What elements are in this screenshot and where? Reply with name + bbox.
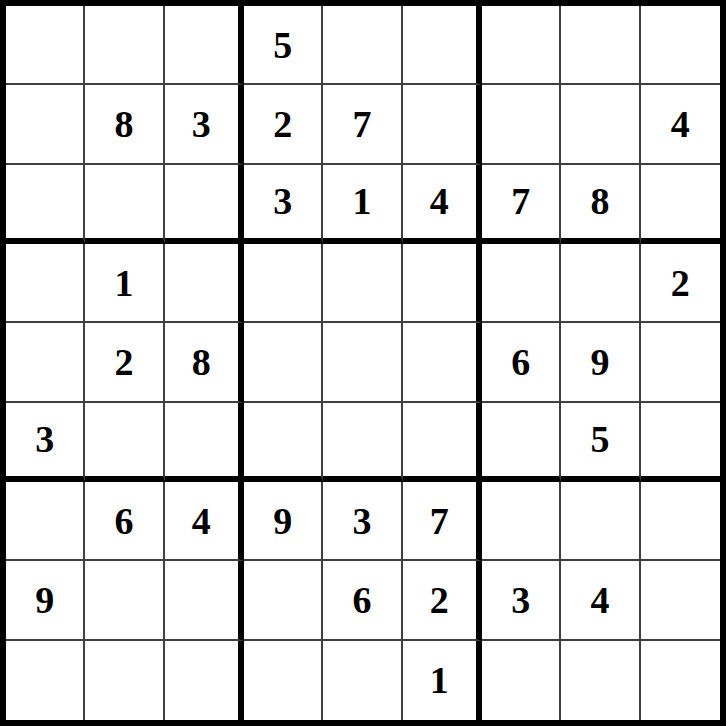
cell-r9c4[interactable] bbox=[244, 641, 323, 720]
cell-r6c7[interactable] bbox=[482, 403, 561, 482]
cell-r7c6[interactable]: 7 bbox=[403, 482, 482, 561]
cell-r6c1[interactable]: 3 bbox=[6, 403, 85, 482]
cell-r4c2[interactable]: 1 bbox=[85, 244, 164, 323]
cell-r3c2[interactable] bbox=[85, 165, 164, 244]
cell-r4c1[interactable] bbox=[6, 244, 85, 323]
cell-r5c2[interactable]: 2 bbox=[85, 323, 164, 402]
cell-r2c8[interactable] bbox=[561, 85, 640, 164]
cell-r9c5[interactable] bbox=[323, 641, 402, 720]
cell-r8c6[interactable]: 2 bbox=[403, 561, 482, 640]
cell-r5c4[interactable] bbox=[244, 323, 323, 402]
cell-r7c9[interactable] bbox=[641, 482, 720, 561]
cell-r1c9[interactable] bbox=[641, 6, 720, 85]
cell-r9c8[interactable] bbox=[561, 641, 640, 720]
cell-r5c7[interactable]: 6 bbox=[482, 323, 561, 402]
cell-r7c8[interactable] bbox=[561, 482, 640, 561]
cell-r5c3[interactable]: 8 bbox=[165, 323, 244, 402]
cell-r7c5[interactable]: 3 bbox=[323, 482, 402, 561]
cell-r8c4[interactable] bbox=[244, 561, 323, 640]
sudoku-board: 583274314781228693564937962341 bbox=[0, 0, 726, 726]
cell-r2c2[interactable]: 8 bbox=[85, 85, 164, 164]
cell-r6c6[interactable] bbox=[403, 403, 482, 482]
cell-r3c6[interactable]: 4 bbox=[403, 165, 482, 244]
cell-r6c2[interactable] bbox=[85, 403, 164, 482]
cell-r6c3[interactable] bbox=[165, 403, 244, 482]
cell-r7c1[interactable] bbox=[6, 482, 85, 561]
cell-r2c4[interactable]: 2 bbox=[244, 85, 323, 164]
cell-r7c4[interactable]: 9 bbox=[244, 482, 323, 561]
cell-r3c7[interactable]: 7 bbox=[482, 165, 561, 244]
cell-r2c7[interactable] bbox=[482, 85, 561, 164]
cell-r5c8[interactable]: 9 bbox=[561, 323, 640, 402]
cell-r3c4[interactable]: 3 bbox=[244, 165, 323, 244]
cell-r6c9[interactable] bbox=[641, 403, 720, 482]
cell-r1c7[interactable] bbox=[482, 6, 561, 85]
cell-r9c3[interactable] bbox=[165, 641, 244, 720]
cell-r5c1[interactable] bbox=[6, 323, 85, 402]
cell-r8c5[interactable]: 6 bbox=[323, 561, 402, 640]
cell-r4c8[interactable] bbox=[561, 244, 640, 323]
cell-r6c8[interactable]: 5 bbox=[561, 403, 640, 482]
cell-r7c2[interactable]: 6 bbox=[85, 482, 164, 561]
cell-r4c3[interactable] bbox=[165, 244, 244, 323]
cell-r5c9[interactable] bbox=[641, 323, 720, 402]
cell-r6c5[interactable] bbox=[323, 403, 402, 482]
cell-r7c7[interactable] bbox=[482, 482, 561, 561]
cell-r1c6[interactable] bbox=[403, 6, 482, 85]
cell-r6c4[interactable] bbox=[244, 403, 323, 482]
cell-r2c3[interactable]: 3 bbox=[165, 85, 244, 164]
cell-r5c5[interactable] bbox=[323, 323, 402, 402]
cell-r9c7[interactable] bbox=[482, 641, 561, 720]
cell-r2c9[interactable]: 4 bbox=[641, 85, 720, 164]
cell-r5c6[interactable] bbox=[403, 323, 482, 402]
cell-r3c3[interactable] bbox=[165, 165, 244, 244]
cell-r4c6[interactable] bbox=[403, 244, 482, 323]
cell-r9c1[interactable] bbox=[6, 641, 85, 720]
cell-r9c6[interactable]: 1 bbox=[403, 641, 482, 720]
cell-r8c3[interactable] bbox=[165, 561, 244, 640]
cell-r4c7[interactable] bbox=[482, 244, 561, 323]
cell-r2c5[interactable]: 7 bbox=[323, 85, 402, 164]
cell-r2c1[interactable] bbox=[6, 85, 85, 164]
cell-r1c4[interactable]: 5 bbox=[244, 6, 323, 85]
cell-r3c5[interactable]: 1 bbox=[323, 165, 402, 244]
cell-r1c3[interactable] bbox=[165, 6, 244, 85]
cell-r8c8[interactable]: 4 bbox=[561, 561, 640, 640]
cell-r9c9[interactable] bbox=[641, 641, 720, 720]
cell-r9c2[interactable] bbox=[85, 641, 164, 720]
cell-r3c8[interactable]: 8 bbox=[561, 165, 640, 244]
cell-r3c1[interactable] bbox=[6, 165, 85, 244]
cell-r4c5[interactable] bbox=[323, 244, 402, 323]
cell-r3c9[interactable] bbox=[641, 165, 720, 244]
cell-r1c5[interactable] bbox=[323, 6, 402, 85]
cell-r8c1[interactable]: 9 bbox=[6, 561, 85, 640]
cell-r1c8[interactable] bbox=[561, 6, 640, 85]
cell-r8c2[interactable] bbox=[85, 561, 164, 640]
cell-r7c3[interactable]: 4 bbox=[165, 482, 244, 561]
cell-r2c6[interactable] bbox=[403, 85, 482, 164]
cell-r1c2[interactable] bbox=[85, 6, 164, 85]
cell-r1c1[interactable] bbox=[6, 6, 85, 85]
cell-r8c9[interactable] bbox=[641, 561, 720, 640]
cell-r4c4[interactable] bbox=[244, 244, 323, 323]
cell-r8c7[interactable]: 3 bbox=[482, 561, 561, 640]
cell-r4c9[interactable]: 2 bbox=[641, 244, 720, 323]
